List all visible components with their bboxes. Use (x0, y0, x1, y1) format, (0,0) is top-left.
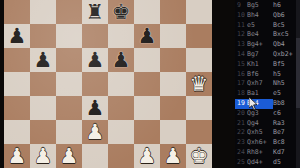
square-d3[interactable]: ♟ (82, 120, 108, 144)
square-f4[interactable] (134, 96, 160, 120)
black-move[interactable]: Be7 (273, 128, 296, 138)
square-b4[interactable] (30, 96, 56, 120)
white-move[interactable]: Qxh7 (247, 79, 273, 89)
square-f2[interactable]: ♟ (134, 144, 160, 168)
scrollbar[interactable] (296, 0, 300, 168)
move-row-17: 17Qxh7Nh5 (235, 79, 296, 89)
square-d2[interactable] (82, 144, 108, 168)
white-move[interactable]: Kh1 (247, 60, 273, 70)
white-pawn-d3[interactable]: ♟ (86, 120, 105, 144)
white-pawn-b2[interactable]: ♟ (34, 144, 53, 168)
square-d7[interactable] (82, 24, 108, 48)
move-row-18: 18Ba1e5 (235, 89, 296, 99)
square-c3[interactable] (56, 120, 82, 144)
move-number: 16 (235, 70, 247, 80)
square-h8[interactable] (186, 0, 212, 24)
black-king-e8[interactable]: ♚ (112, 0, 131, 24)
square-f8[interactable] (134, 0, 160, 24)
move-row-13: 13Bg4+Qb4 (235, 40, 296, 50)
move-number: 15 (235, 60, 247, 70)
square-h7[interactable] (186, 24, 212, 48)
white-move[interactable]: Qxh6+ (247, 138, 273, 148)
square-h5[interactable]: ♛ (186, 72, 212, 96)
black-move[interactable]: h5 (273, 70, 296, 80)
move-number: 20 (235, 109, 247, 119)
black-move[interactable]: Nh5 (273, 79, 296, 89)
white-move[interactable]: Bg7 (247, 50, 273, 60)
white-move[interactable]: Bg5 (247, 1, 273, 11)
move-number: 12 (235, 30, 247, 40)
square-g2[interactable]: ♟ (160, 144, 186, 168)
square-g7[interactable] (160, 24, 186, 48)
white-move[interactable]: Bf6 (247, 70, 273, 80)
square-g3[interactable] (160, 120, 186, 144)
white-move[interactable]: Bg4+ (247, 40, 273, 50)
black-move[interactable]: Kd7 (273, 148, 296, 158)
square-b8[interactable] (30, 0, 56, 24)
black-pawn-b6[interactable]: ♟ (34, 48, 53, 72)
move-number: 9 (235, 1, 247, 11)
app-window: ♜♚♟♟♟♟♟♛♟♟♟♟♟♟♟♚ 9Bg5h610Bh4Qb611e5Bc512… (0, 0, 300, 168)
move-row-24: 24Rh8+Kd7 (235, 148, 296, 158)
move-number: 17 (235, 79, 247, 89)
black-move[interactable]: Bxc5 (273, 30, 296, 40)
move-number: 10 (235, 11, 247, 21)
white-pawn-g2[interactable]: ♟ (164, 144, 183, 168)
square-c5[interactable] (56, 72, 82, 96)
black-move[interactable]: h6 (273, 1, 296, 11)
square-f3[interactable] (134, 120, 160, 144)
square-h6[interactable] (186, 48, 212, 72)
square-e4[interactable] (108, 96, 134, 120)
white-move[interactable]: Rh8+ (247, 148, 273, 158)
square-c7[interactable] (56, 24, 82, 48)
scrollbar-thumb[interactable] (296, 38, 300, 108)
move-row-22: 22Qxh5Be7 (235, 128, 296, 138)
black-pawn-e6[interactable]: ♟ (112, 48, 131, 72)
square-g6[interactable] (160, 48, 186, 72)
square-h3[interactable] (186, 120, 212, 144)
move-row-9: 9Bg5h6 (235, 1, 296, 11)
white-pawn-a2[interactable]: ♟ (8, 144, 27, 168)
move-number: 13 (235, 40, 247, 50)
black-pawn-d6[interactable]: ♟ (86, 48, 105, 72)
square-a6[interactable] (4, 48, 30, 72)
move-number: 23 (235, 138, 247, 148)
white-move[interactable]: Be4 (247, 30, 273, 40)
move-list-panel: 9Bg5h610Bh4Qb611e5Bc512Be4Bxc513Bg4+Qb41… (235, 0, 300, 168)
white-pawn-f2[interactable]: ♟ (138, 144, 157, 168)
square-b6[interactable]: ♟ (30, 48, 56, 72)
board-area: ♜♚♟♟♟♟♟♛♟♟♟♟♟♟♟♚ (0, 0, 235, 168)
square-b5[interactable] (30, 72, 56, 96)
black-pawn-f7[interactable]: ♟ (138, 24, 157, 48)
white-pawn-c2[interactable]: ♟ (60, 144, 79, 168)
square-e2[interactable] (108, 144, 134, 168)
white-move[interactable]: Ba1 (247, 89, 273, 99)
square-h2[interactable]: ♚ (186, 144, 212, 168)
square-h4[interactable] (186, 96, 212, 120)
square-a7[interactable]: ♟ (4, 24, 30, 48)
move-row-15: 15Kh1Bf5 (235, 60, 296, 70)
move-number: 25 (235, 158, 247, 168)
chess-board: ♜♚♟♟♟♟♟♛♟♟♟♟♟♟♟♚ (4, 0, 212, 168)
square-e5[interactable] (108, 72, 134, 96)
black-move[interactable]: Bf5 (273, 60, 296, 70)
white-move[interactable]: Be4 (247, 99, 273, 109)
move-number: 22 (235, 128, 247, 138)
square-b7[interactable] (30, 24, 56, 48)
square-g5[interactable] (160, 72, 186, 96)
black-move[interactable]: Qb6 (273, 11, 296, 21)
move-row-11: 11e5Bc5 (235, 21, 296, 31)
move-number: 19 (235, 99, 247, 109)
square-a2[interactable]: ♟ (4, 144, 30, 168)
square-e6[interactable]: ♟ (108, 48, 134, 72)
square-g4[interactable] (160, 96, 186, 120)
move-row-16: 16Bf6h5 (235, 70, 296, 80)
square-e3[interactable] (108, 120, 134, 144)
black-move[interactable]: Bb8 (273, 99, 296, 109)
black-pawn-d4[interactable]: ♟ (86, 96, 105, 120)
move-number: 11 (235, 21, 247, 31)
black-rook-d8[interactable]: ♜ (86, 0, 105, 24)
black-move[interactable]: e5 (273, 89, 296, 99)
white-move[interactable]: Bh4 (247, 11, 273, 21)
square-d4[interactable]: ♟ (82, 96, 108, 120)
square-e8[interactable]: ♚ (108, 0, 134, 24)
white-move[interactable]: e5 (247, 21, 273, 31)
white-move[interactable]: Qxh5 (247, 128, 273, 138)
black-move[interactable]: Qb4 (273, 40, 296, 50)
square-b3[interactable] (30, 120, 56, 144)
square-c2[interactable]: ♟ (56, 144, 82, 168)
move-list: 9Bg5h610Bh4Qb611e5Bc512Be4Bxc513Bg4+Qb41… (235, 1, 296, 168)
move-row-21: 21Qg4Ra3 (235, 119, 296, 129)
move-row-19: 19Be4Bb8 (235, 99, 296, 109)
square-d6[interactable]: ♟ (82, 48, 108, 72)
square-a4[interactable] (4, 96, 30, 120)
square-a8[interactable] (4, 0, 30, 24)
black-move[interactable]: Ra3 (273, 119, 296, 129)
square-d8[interactable]: ♜ (82, 0, 108, 24)
square-f5[interactable] (134, 72, 160, 96)
black-move[interactable]: Bc5 (273, 21, 296, 31)
square-b2[interactable]: ♟ (30, 144, 56, 168)
square-c6[interactable] (56, 48, 82, 72)
square-e7[interactable] (108, 24, 134, 48)
square-c4[interactable] (56, 96, 82, 120)
move-number: 24 (235, 148, 247, 158)
black-move[interactable]: c6 (273, 109, 296, 119)
square-f7[interactable]: ♟ (134, 24, 160, 48)
square-a5[interactable] (4, 72, 30, 96)
move-row-25: 25Qd4+d5 (235, 158, 296, 168)
black-pawn-a7[interactable]: ♟ (8, 24, 27, 48)
black-move[interactable]: d5 (273, 158, 296, 168)
white-queen-h5[interactable]: ♛ (190, 72, 209, 96)
move-row-23: 23Qxh6+Bc8 (235, 138, 296, 148)
black-move[interactable]: Bc8 (273, 138, 296, 148)
white-move[interactable]: Qg4 (247, 119, 273, 129)
square-g8[interactable] (160, 0, 186, 24)
white-move[interactable]: Qg3 (247, 109, 273, 119)
square-f6[interactable] (134, 48, 160, 72)
white-move[interactable]: Qd4+ (247, 158, 273, 168)
move-number: 14 (235, 50, 247, 60)
move-number: 18 (235, 89, 247, 99)
square-d5[interactable] (82, 72, 108, 96)
white-king-h2[interactable]: ♚ (190, 144, 209, 168)
square-c8[interactable] (56, 0, 82, 24)
move-row-10: 10Bh4Qb6 (235, 11, 296, 21)
black-move[interactable]: Qxb2+ (273, 50, 296, 60)
move-row-20: 20Qg3c6 (235, 109, 296, 119)
move-number: 21 (235, 119, 247, 129)
square-a3[interactable] (4, 120, 30, 144)
move-row-12: 12Be4Bxc5 (235, 30, 296, 40)
move-row-14: 14Bg7Qxb2+ (235, 50, 296, 60)
